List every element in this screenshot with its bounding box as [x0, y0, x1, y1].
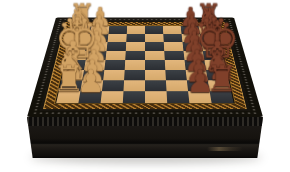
- box-side: [27, 117, 263, 158]
- square-d4[interactable]: [125, 51, 145, 60]
- square-b5[interactable]: [145, 34, 164, 42]
- chess-set-product-photo: ♜♞♝♛♚♝♞♜♟♟♟♟♟♟♟♟♟♟♟♟♟♟♟♟♜♞♝♛♚♝♞♜: [0, 0, 290, 172]
- square-d5[interactable]: [145, 51, 165, 60]
- square-e4[interactable]: [125, 60, 145, 70]
- square-f5[interactable]: [145, 70, 166, 80]
- square-h5[interactable]: [145, 91, 167, 103]
- square-b4[interactable]: [126, 34, 145, 42]
- square-g5[interactable]: [145, 80, 167, 91]
- square-g4[interactable]: [123, 80, 145, 91]
- piece-black-pawn-h7[interactable]: ♟: [177, 66, 223, 97]
- piece-white-rook-h1[interactable]: ♜: [46, 61, 92, 97]
- embossed-logo-mark: [207, 147, 243, 151]
- square-h4[interactable]: [123, 91, 145, 103]
- carved-molding: [27, 117, 263, 126]
- square-a5[interactable]: [145, 26, 163, 34]
- board-surface: ♜♞♝♛♚♝♞♜♟♟♟♟♟♟♟♟♟♟♟♟♟♟♟♟♜♞♝♛♚♝♞♜: [27, 17, 263, 117]
- lid-seam: [31, 143, 260, 145]
- square-c5[interactable]: [145, 42, 164, 51]
- square-f4[interactable]: [124, 70, 145, 80]
- square-e5[interactable]: [145, 60, 165, 70]
- square-a4[interactable]: [127, 26, 145, 34]
- square-c4[interactable]: [126, 42, 145, 51]
